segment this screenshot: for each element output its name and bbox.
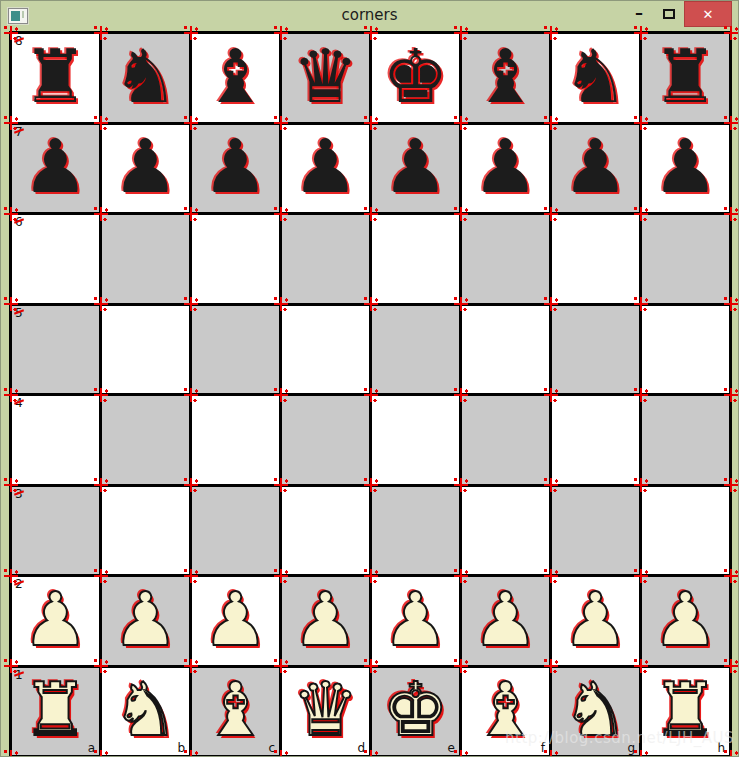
square-c1: c♝ <box>192 668 279 756</box>
rank-label-5: 5 <box>15 307 23 319</box>
square-a1: 1a♜ <box>12 668 99 756</box>
square-c5 <box>192 306 279 394</box>
square-f2: ♟ <box>462 577 549 665</box>
square-h4 <box>642 396 729 484</box>
square-a3: 3 <box>12 487 99 575</box>
file-label-g: g <box>627 742 635 754</box>
piece-black-pawn: ♟ <box>652 129 718 203</box>
square-f4 <box>462 396 549 484</box>
square-d4 <box>282 396 369 484</box>
app-window: corners – ✕ 8♜♞♝♛♚♝♞♜7♟♟♟♟♟♟♟♟65432♟♟♟♟♟… <box>0 0 739 757</box>
maximize-button[interactable] <box>654 1 684 27</box>
square-e2: ♟ <box>372 577 459 665</box>
square-f7: ♟ <box>462 125 549 213</box>
file-label-b: b <box>177 742 185 754</box>
piece-black-pawn: ♟ <box>382 129 448 203</box>
piece-white-pawn: ♟ <box>202 582 268 656</box>
square-b8: ♞ <box>102 34 189 122</box>
square-c8: ♝ <box>192 34 279 122</box>
square-e4 <box>372 396 459 484</box>
square-b5 <box>102 306 189 394</box>
rank-label-1: 1 <box>15 669 23 681</box>
square-g6 <box>552 215 639 303</box>
piece-white-pawn: ♟ <box>112 582 178 656</box>
square-e1: e♚ <box>372 668 459 756</box>
piece-white-knight: ♞ <box>562 672 628 746</box>
square-b6 <box>102 215 189 303</box>
piece-white-pawn: ♟ <box>382 582 448 656</box>
title-bar[interactable]: corners – ✕ <box>1 1 738 31</box>
file-label-h: h <box>717 742 725 754</box>
square-h6 <box>642 215 729 303</box>
square-b4 <box>102 396 189 484</box>
square-d5 <box>282 306 369 394</box>
square-g1: g♞ <box>552 668 639 756</box>
square-g4 <box>552 396 639 484</box>
piece-black-rook: ♜ <box>652 39 718 113</box>
piece-black-queen: ♛ <box>292 39 358 113</box>
square-b3 <box>102 487 189 575</box>
square-e5 <box>372 306 459 394</box>
maximize-icon <box>663 9 675 19</box>
square-d1: d♛ <box>282 668 369 756</box>
square-h5 <box>642 306 729 394</box>
piece-black-king: ♚ <box>382 39 448 113</box>
piece-white-bishop: ♝ <box>472 672 538 746</box>
file-label-c: c <box>268 742 275 754</box>
square-f5 <box>462 306 549 394</box>
square-d7: ♟ <box>282 125 369 213</box>
square-g2: ♟ <box>552 577 639 665</box>
square-d6 <box>282 215 369 303</box>
piece-black-pawn: ♟ <box>562 129 628 203</box>
piece-white-pawn: ♟ <box>562 582 628 656</box>
square-h2: ♟ <box>642 577 729 665</box>
rank-label-8: 8 <box>15 35 23 47</box>
piece-white-pawn: ♟ <box>292 582 358 656</box>
square-d2: ♟ <box>282 577 369 665</box>
piece-black-bishop: ♝ <box>202 39 268 113</box>
piece-black-pawn: ♟ <box>292 129 358 203</box>
square-h3 <box>642 487 729 575</box>
piece-black-pawn: ♟ <box>112 129 178 203</box>
rank-label-4: 4 <box>15 397 23 409</box>
chess-board: 8♜♞♝♛♚♝♞♜7♟♟♟♟♟♟♟♟65432♟♟♟♟♟♟♟♟1a♜b♞c♝d♛… <box>9 31 732 757</box>
piece-black-knight: ♞ <box>562 39 628 113</box>
piece-white-pawn: ♟ <box>22 582 88 656</box>
square-e3 <box>372 487 459 575</box>
piece-black-bishop: ♝ <box>472 39 538 113</box>
square-b7: ♟ <box>102 125 189 213</box>
rank-label-3: 3 <box>15 488 23 500</box>
close-button[interactable]: ✕ <box>684 1 732 27</box>
square-e8: ♚ <box>372 34 459 122</box>
piece-black-pawn: ♟ <box>472 129 538 203</box>
square-f6 <box>462 215 549 303</box>
square-b1: b♞ <box>102 668 189 756</box>
square-h8: ♜ <box>642 34 729 122</box>
square-g8: ♞ <box>552 34 639 122</box>
piece-black-pawn: ♟ <box>202 129 268 203</box>
piece-white-knight: ♞ <box>112 672 178 746</box>
rank-label-6: 6 <box>15 216 23 228</box>
square-h1: h♜ <box>642 668 729 756</box>
square-b2: ♟ <box>102 577 189 665</box>
square-c3 <box>192 487 279 575</box>
square-d3 <box>282 487 369 575</box>
file-label-d: d <box>357 742 365 754</box>
piece-black-pawn: ♟ <box>22 129 88 203</box>
file-label-a: a <box>88 742 95 754</box>
square-f1: f♝ <box>462 668 549 756</box>
square-a5: 5 <box>12 306 99 394</box>
square-e6 <box>372 215 459 303</box>
square-a8: 8♜ <box>12 34 99 122</box>
piece-white-queen: ♛ <box>292 672 358 746</box>
square-g7: ♟ <box>552 125 639 213</box>
square-a2: 2♟ <box>12 577 99 665</box>
square-c7: ♟ <box>192 125 279 213</box>
square-f3 <box>462 487 549 575</box>
square-e7: ♟ <box>372 125 459 213</box>
rank-label-7: 7 <box>15 126 23 138</box>
piece-black-rook: ♜ <box>22 39 88 113</box>
piece-white-king: ♚ <box>382 672 448 746</box>
window-controls: – ✕ <box>624 1 732 27</box>
piece-white-pawn: ♟ <box>472 582 538 656</box>
square-g3 <box>552 487 639 575</box>
square-f8: ♝ <box>462 34 549 122</box>
file-label-e: e <box>448 742 455 754</box>
piece-white-bishop: ♝ <box>202 672 268 746</box>
piece-white-rook: ♜ <box>652 672 718 746</box>
rank-label-2: 2 <box>15 578 23 590</box>
piece-white-pawn: ♟ <box>652 582 718 656</box>
square-g5 <box>552 306 639 394</box>
file-label-f: f <box>541 742 545 754</box>
minimize-button[interactable]: – <box>624 1 654 27</box>
piece-black-knight: ♞ <box>112 39 178 113</box>
square-a7: 7♟ <box>12 125 99 213</box>
square-c4 <box>192 396 279 484</box>
square-c6 <box>192 215 279 303</box>
square-h7: ♟ <box>642 125 729 213</box>
square-d8: ♛ <box>282 34 369 122</box>
piece-white-rook: ♜ <box>22 672 88 746</box>
square-a6: 6 <box>12 215 99 303</box>
square-c2: ♟ <box>192 577 279 665</box>
square-a4: 4 <box>12 396 99 484</box>
